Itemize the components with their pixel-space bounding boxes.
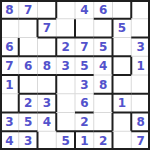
given-digit-r3c1: 6 <box>5 40 13 54</box>
given-digit-r8c2: 3 <box>24 134 32 148</box>
given-digit-r6c3: 3 <box>43 96 51 110</box>
given-digit-r8c8: 7 <box>136 134 144 148</box>
cell-r2c4[interactable] <box>56 19 75 38</box>
given-digit-r3c6: 5 <box>99 40 107 54</box>
given-digit-r5c5: 3 <box>80 78 88 92</box>
given-digit-r7c3: 4 <box>43 115 51 129</box>
cell-r5c4[interactable] <box>56 75 75 94</box>
given-digit-r1c2: 7 <box>24 3 32 17</box>
given-digit-r5c6: 8 <box>99 78 107 92</box>
cell-r1c3[interactable] <box>38 0 57 19</box>
cell-r3c2[interactable] <box>19 38 38 57</box>
cell-r6c8[interactable] <box>131 94 150 113</box>
given-digit-r7c5: 2 <box>80 115 88 129</box>
cell-r3c3[interactable] <box>38 38 57 57</box>
cell-r2c2[interactable] <box>19 19 38 38</box>
cell-r6c6[interactable] <box>94 94 113 113</box>
given-digit-r1c6: 6 <box>99 3 107 17</box>
given-digit-r3c8: 3 <box>136 40 144 54</box>
cell-r1c8[interactable] <box>131 0 150 19</box>
given-digit-r6c2: 2 <box>24 96 32 110</box>
cell-r2c5[interactable] <box>75 19 94 38</box>
sudoku-board: 874675627537683541138236135428435127 <box>0 0 150 150</box>
cell-r7c6[interactable] <box>94 113 113 132</box>
cell-r5c3[interactable] <box>38 75 57 94</box>
given-digit-r4c5: 5 <box>80 59 88 73</box>
given-digit-r8c5: 1 <box>80 134 88 148</box>
given-digit-r5c1: 1 <box>5 78 13 92</box>
cell-r5c7[interactable] <box>113 75 132 94</box>
given-digit-r1c5: 4 <box>80 3 88 17</box>
sudoku-grid: 874675627537683541138236135428435127 <box>0 0 150 150</box>
given-digit-r4c4: 3 <box>61 59 69 73</box>
given-digit-r4c6: 4 <box>99 59 107 73</box>
given-digit-r2c3: 7 <box>43 21 51 35</box>
given-digit-r8c4: 5 <box>61 134 69 148</box>
cell-r2c8[interactable] <box>131 19 150 38</box>
given-digit-r1c1: 8 <box>5 3 13 17</box>
given-digit-r2c7: 5 <box>118 21 126 35</box>
cell-r5c8[interactable] <box>131 75 150 94</box>
given-digit-r7c1: 3 <box>5 115 13 129</box>
given-digit-r7c8: 8 <box>136 115 144 129</box>
cell-r2c6[interactable] <box>94 19 113 38</box>
given-digit-r7c2: 5 <box>24 115 32 129</box>
given-digit-r4c2: 6 <box>24 59 32 73</box>
cell-r4c7[interactable] <box>113 56 132 75</box>
given-digit-r8c1: 4 <box>5 134 13 148</box>
given-digit-r4c8: 1 <box>136 59 144 73</box>
given-digit-r4c3: 8 <box>43 59 51 73</box>
given-digit-r4c1: 7 <box>5 59 13 73</box>
given-digit-r8c6: 2 <box>99 134 107 148</box>
cell-r6c1[interactable] <box>0 94 19 113</box>
cell-r7c7[interactable] <box>113 113 132 132</box>
given-digit-r3c4: 2 <box>61 40 69 54</box>
cell-r2c1[interactable] <box>0 19 19 38</box>
given-digit-r3c5: 7 <box>80 40 88 54</box>
cell-r6c4[interactable] <box>56 94 75 113</box>
cell-r5c2[interactable] <box>19 75 38 94</box>
cell-r8c3[interactable] <box>38 131 57 150</box>
given-digit-r6c7: 1 <box>118 96 126 110</box>
cell-r1c4[interactable] <box>56 0 75 19</box>
cell-r1c7[interactable] <box>113 0 132 19</box>
given-digit-r6c5: 6 <box>80 96 88 110</box>
cell-r7c4[interactable] <box>56 113 75 132</box>
cell-r3c7[interactable] <box>113 38 132 57</box>
cell-r8c7[interactable] <box>113 131 132 150</box>
